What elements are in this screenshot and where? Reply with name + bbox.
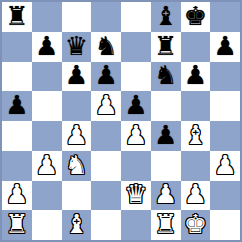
square-g7[interactable] [181, 32, 211, 62]
square-c3[interactable]: ♞ [62, 151, 92, 181]
piece-black-pawn[interactable]: ♟ [124, 92, 147, 118]
piece-black-pawn[interactable]: ♟ [35, 33, 58, 59]
square-a7[interactable] [2, 32, 32, 62]
square-a5[interactable]: ♟ [2, 91, 32, 121]
piece-black-king[interactable]: ♚ [184, 3, 207, 29]
square-g8[interactable]: ♚ [181, 2, 211, 32]
square-d1[interactable] [91, 210, 121, 240]
square-c2[interactable] [62, 181, 92, 211]
square-c5[interactable] [62, 91, 92, 121]
square-g2[interactable]: ♟ [181, 181, 211, 211]
square-f5[interactable] [151, 91, 181, 121]
square-d5[interactable]: ♟ [91, 91, 121, 121]
square-f4[interactable]: ♟ [151, 121, 181, 151]
square-h8[interactable] [210, 2, 240, 32]
square-a8[interactable]: ♜ [2, 2, 32, 32]
square-g4[interactable]: ♝ [181, 121, 211, 151]
square-b8[interactable] [32, 2, 62, 32]
square-b6[interactable] [32, 62, 62, 92]
square-h2[interactable] [210, 181, 240, 211]
piece-black-pawn[interactable]: ♟ [213, 33, 236, 59]
piece-white-knight[interactable]: ♞ [65, 152, 88, 178]
square-d2[interactable] [91, 181, 121, 211]
square-g3[interactable] [181, 151, 211, 181]
piece-black-pawn[interactable]: ♟ [94, 62, 117, 88]
square-c6[interactable]: ♟ [62, 62, 92, 92]
square-g1[interactable]: ♚ [181, 210, 211, 240]
square-e5[interactable]: ♟ [121, 91, 151, 121]
piece-white-rook[interactable]: ♜ [5, 211, 28, 237]
square-a3[interactable] [2, 151, 32, 181]
square-b4[interactable] [32, 121, 62, 151]
square-d4[interactable] [91, 121, 121, 151]
square-h6[interactable] [210, 62, 240, 92]
square-d3[interactable] [91, 151, 121, 181]
square-e2[interactable]: ♛ [121, 181, 151, 211]
piece-black-pawn[interactable]: ♟ [154, 122, 177, 148]
square-b1[interactable] [32, 210, 62, 240]
piece-black-rook[interactable]: ♜ [154, 33, 177, 59]
square-c8[interactable] [62, 2, 92, 32]
square-d7[interactable]: ♞ [91, 32, 121, 62]
piece-white-bishop[interactable]: ♝ [184, 122, 207, 148]
square-a4[interactable] [2, 121, 32, 151]
square-e3[interactable] [121, 151, 151, 181]
square-d8[interactable] [91, 2, 121, 32]
piece-white-bishop[interactable]: ♝ [65, 211, 88, 237]
square-d6[interactable]: ♟ [91, 62, 121, 92]
piece-black-knight[interactable]: ♞ [154, 62, 177, 88]
square-b7[interactable]: ♟ [32, 32, 62, 62]
piece-white-pawn[interactable]: ♟ [94, 92, 117, 118]
square-c4[interactable]: ♟ [62, 121, 92, 151]
square-e4[interactable]: ♟ [121, 121, 151, 151]
square-f6[interactable]: ♞ [151, 62, 181, 92]
square-h5[interactable] [210, 91, 240, 121]
square-a2[interactable]: ♟ [2, 181, 32, 211]
square-b3[interactable]: ♟ [32, 151, 62, 181]
square-f8[interactable]: ♝ [151, 2, 181, 32]
square-e8[interactable] [121, 2, 151, 32]
square-f7[interactable]: ♜ [151, 32, 181, 62]
square-h7[interactable]: ♟ [210, 32, 240, 62]
square-h3[interactable]: ♟ [210, 151, 240, 181]
square-e6[interactable] [121, 62, 151, 92]
piece-white-king[interactable]: ♚ [184, 211, 207, 237]
square-f2[interactable]: ♟ [151, 181, 181, 211]
piece-black-bishop[interactable]: ♝ [154, 3, 177, 29]
square-a1[interactable]: ♜ [2, 210, 32, 240]
square-b2[interactable] [32, 181, 62, 211]
piece-black-pawn[interactable]: ♟ [184, 62, 207, 88]
piece-white-pawn[interactable]: ♟ [35, 152, 58, 178]
square-f1[interactable]: ♜ [151, 210, 181, 240]
piece-white-pawn[interactable]: ♟ [124, 122, 147, 148]
piece-white-pawn[interactable]: ♟ [5, 181, 28, 207]
piece-white-pawn[interactable]: ♟ [184, 181, 207, 207]
square-g5[interactable] [181, 91, 211, 121]
piece-black-rook[interactable]: ♜ [5, 3, 28, 29]
square-a6[interactable] [2, 62, 32, 92]
square-c7[interactable]: ♛ [62, 32, 92, 62]
piece-white-pawn[interactable]: ♟ [213, 152, 236, 178]
piece-white-queen[interactable]: ♛ [124, 181, 147, 207]
square-h1[interactable] [210, 210, 240, 240]
square-h4[interactable] [210, 121, 240, 151]
square-b5[interactable] [32, 91, 62, 121]
square-g6[interactable]: ♟ [181, 62, 211, 92]
piece-white-pawn[interactable]: ♟ [154, 181, 177, 207]
piece-black-knight[interactable]: ♞ [94, 33, 117, 59]
square-c1[interactable]: ♝ [62, 210, 92, 240]
square-e7[interactable] [121, 32, 151, 62]
piece-black-pawn[interactable]: ♟ [5, 92, 28, 118]
piece-black-queen[interactable]: ♛ [65, 33, 88, 59]
piece-white-rook[interactable]: ♜ [154, 211, 177, 237]
piece-white-pawn[interactable]: ♟ [65, 122, 88, 148]
square-f3[interactable] [151, 151, 181, 181]
piece-black-pawn[interactable]: ♟ [65, 62, 88, 88]
chess-board: ♜♝♚♟♛♞♜♟♟♟♞♟♟♟♟♟♟♟♝♟♞♟♟♛♟♟♜♝♜♚ [0, 0, 242, 242]
square-e1[interactable] [121, 210, 151, 240]
